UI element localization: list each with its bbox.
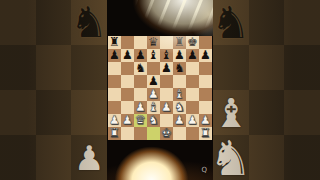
background-square <box>71 45 107 90</box>
background-square <box>249 45 285 90</box>
square-e5[interactable] <box>160 75 173 88</box>
background-square: ♝ <box>213 90 249 135</box>
background-square <box>284 135 320 180</box>
background-square: ♞ <box>71 0 107 45</box>
background-square <box>249 0 285 45</box>
square-d7[interactable]: ♝ <box>147 49 160 62</box>
square-a5[interactable] <box>108 75 121 88</box>
square-g6[interactable] <box>186 62 199 75</box>
square-b4[interactable] <box>121 88 134 101</box>
square-h4[interactable] <box>199 88 212 101</box>
white-queen: ♛ <box>135 114 146 127</box>
square-b1[interactable] <box>121 127 134 140</box>
square-h5[interactable] <box>199 75 212 88</box>
square-a4[interactable] <box>108 88 121 101</box>
video-center-column: ♜♛♜♚♟♟♟♝♝♟♟♟♞♟♞♟♟♝♟♝♟♞♟♟♛♞♟♟♟♜♚♜ Q <box>107 0 213 180</box>
square-h7[interactable]: ♟ <box>199 49 212 62</box>
video-frame: ♞♟ ♞♝♞ ♜♛♜♚♟♟♟♝♝♟♟♟♞♟♞♟♟♝♟♝♟♞♟♟♛♞♟♟♟♜♚♜ … <box>0 0 320 180</box>
background-square <box>284 90 320 135</box>
square-f1[interactable] <box>173 127 186 140</box>
background-square <box>36 45 72 90</box>
square-f6[interactable]: ♞ <box>173 62 186 75</box>
black-bishop: ♝ <box>148 49 159 62</box>
square-b5[interactable] <box>121 75 134 88</box>
background-square <box>249 90 285 135</box>
chess-board: ♜♛♜♚♟♟♟♝♝♟♟♟♞♟♞♟♟♝♟♝♟♞♟♟♛♞♟♟♟♜♚♜ <box>108 36 212 140</box>
fire-streaks <box>129 0 213 36</box>
fire-effect-top <box>107 0 213 36</box>
white-pawn: ♟ <box>174 114 185 127</box>
background-square <box>213 45 249 90</box>
background-square <box>249 135 285 180</box>
black-knight: ♞ <box>174 62 185 75</box>
square-c6[interactable]: ♞ <box>134 62 147 75</box>
background-square: ♞ <box>213 0 249 45</box>
background-board-right: ♞♝♞ <box>213 0 320 180</box>
square-g7[interactable]: ♟ <box>186 49 199 62</box>
square-g4[interactable] <box>186 88 199 101</box>
white-rook: ♜ <box>200 127 211 140</box>
black-pawn: ♟ <box>122 49 133 62</box>
square-e6[interactable]: ♟ <box>160 62 173 75</box>
square-h1[interactable]: ♜ <box>199 127 212 140</box>
background-square: ♟ <box>71 135 107 180</box>
background-square <box>0 0 36 45</box>
black-knight-icon: ♞ <box>213 0 249 45</box>
square-e3[interactable]: ♟ <box>160 101 173 114</box>
square-c5[interactable] <box>134 75 147 88</box>
background-square <box>71 90 107 135</box>
black-pawn: ♟ <box>109 49 120 62</box>
square-e1[interactable]: ♚ <box>160 127 173 140</box>
square-d2[interactable]: ♞ <box>147 114 160 127</box>
black-pawn: ♟ <box>161 62 172 75</box>
square-c2[interactable]: ♛ <box>134 114 147 127</box>
black-knight: ♞ <box>135 62 146 75</box>
square-c1[interactable] <box>134 127 147 140</box>
square-f2[interactable]: ♟ <box>173 114 186 127</box>
background-board-left: ♞♟ <box>0 0 107 180</box>
square-h6[interactable] <box>199 62 212 75</box>
background-square: ♞ <box>213 135 249 180</box>
black-pawn: ♟ <box>200 49 211 62</box>
square-g2[interactable]: ♟ <box>186 114 199 127</box>
black-knight-icon: ♞ <box>71 0 107 45</box>
white-bishop-icon: ♝ <box>213 90 249 135</box>
background-square <box>284 45 320 90</box>
watermark-text: Q <box>201 166 208 174</box>
square-g1[interactable] <box>186 127 199 140</box>
square-d1[interactable] <box>147 127 160 140</box>
white-pawn: ♟ <box>122 114 133 127</box>
white-pawn: ♟ <box>187 114 198 127</box>
square-b6[interactable] <box>121 62 134 75</box>
white-pawn: ♟ <box>161 101 172 114</box>
square-g5[interactable] <box>186 75 199 88</box>
background-square <box>36 135 72 180</box>
background-square <box>0 135 36 180</box>
square-a1[interactable]: ♜ <box>108 127 121 140</box>
white-knight: ♞ <box>148 114 159 127</box>
square-a7[interactable]: ♟ <box>108 49 121 62</box>
white-knight-icon: ♞ <box>213 135 249 180</box>
black-pawn: ♟ <box>187 49 198 62</box>
white-rook: ♜ <box>109 127 120 140</box>
fire-effect-bottom <box>107 141 213 180</box>
background-square <box>36 0 72 45</box>
square-b7[interactable]: ♟ <box>121 49 134 62</box>
background-square <box>0 45 36 90</box>
background-square <box>0 90 36 135</box>
background-square <box>284 0 320 45</box>
white-king: ♚ <box>161 127 172 140</box>
square-b2[interactable]: ♟ <box>121 114 134 127</box>
white-pawn-icon: ♟ <box>71 135 107 180</box>
background-square <box>36 90 72 135</box>
square-a6[interactable] <box>108 62 121 75</box>
